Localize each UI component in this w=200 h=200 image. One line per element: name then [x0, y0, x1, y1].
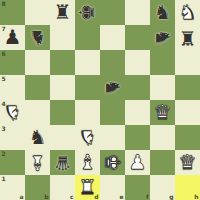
- square-d4[interactable]: [75, 100, 100, 125]
- square-a5[interactable]: 5: [0, 75, 25, 100]
- black-rook-h7[interactable]: ♜: [175, 25, 200, 50]
- square-e8[interactable]: [100, 0, 125, 25]
- square-h1[interactable]: h: [175, 175, 200, 200]
- square-e1[interactable]: e: [100, 175, 125, 200]
- square-f4[interactable]: [125, 100, 150, 125]
- white-knight-d3[interactable]: ♞: [75, 125, 100, 150]
- black-knight-g7[interactable]: ♞: [150, 25, 175, 50]
- square-h8[interactable]: ♞: [175, 0, 200, 25]
- rank-label-2: 2: [2, 150, 6, 157]
- file-label-c: c: [70, 193, 74, 200]
- white-queen-g4[interactable]: ♛: [150, 100, 175, 125]
- square-b1[interactable]: b: [25, 175, 50, 200]
- square-f8[interactable]: [125, 0, 150, 25]
- square-f5[interactable]: [125, 75, 150, 100]
- white-knight-a4[interactable]: ♞: [0, 100, 25, 125]
- file-label-e: e: [119, 193, 123, 200]
- black-knight-b3[interactable]: ♞: [25, 125, 50, 150]
- square-h7[interactable]: ♜: [175, 25, 200, 50]
- square-d2[interactable]: ♝: [75, 150, 100, 175]
- square-g5[interactable]: [150, 75, 175, 100]
- rank-label-3: 3: [2, 125, 6, 132]
- square-b5[interactable]: [25, 75, 50, 100]
- square-c5[interactable]: [50, 75, 75, 100]
- white-king-e2[interactable]: ♚: [100, 150, 125, 175]
- square-c2[interactable]: ♛: [50, 150, 75, 175]
- rank-label-8: 8: [2, 0, 6, 7]
- rank-label-5: 5: [2, 75, 6, 82]
- square-g4[interactable]: ♛: [150, 100, 175, 125]
- square-a1[interactable]: 1a: [0, 175, 25, 200]
- square-h6[interactable]: [175, 50, 200, 75]
- square-b4[interactable]: [25, 100, 50, 125]
- square-a2[interactable]: 2: [0, 150, 25, 175]
- square-h2[interactable]: ♛: [175, 150, 200, 175]
- square-f1[interactable]: f: [125, 175, 150, 200]
- square-f7[interactable]: [125, 25, 150, 50]
- square-a4[interactable]: 4♞: [0, 100, 25, 125]
- black-pawn-a7[interactable]: ♟: [0, 25, 25, 50]
- square-f2[interactable]: ♟: [125, 150, 150, 175]
- square-d3[interactable]: ♞: [75, 125, 100, 150]
- square-g1[interactable]: g: [150, 175, 175, 200]
- square-d6[interactable]: [75, 50, 100, 75]
- black-knight-b7[interactable]: ♞: [25, 25, 50, 50]
- white-queen-h2[interactable]: ♛: [175, 150, 200, 175]
- square-b2[interactable]: ♝: [25, 150, 50, 175]
- rank-label-6: 6: [2, 50, 6, 57]
- file-label-a: a: [19, 193, 23, 200]
- square-f3[interactable]: [125, 125, 150, 150]
- square-c7[interactable]: [50, 25, 75, 50]
- square-g8[interactable]: ♞: [150, 0, 175, 25]
- white-pawn-f2[interactable]: ♟: [125, 150, 150, 175]
- square-g2[interactable]: [150, 150, 175, 175]
- square-c3[interactable]: [50, 125, 75, 150]
- white-bishop-b2[interactable]: ♝: [25, 150, 50, 175]
- square-e5[interactable]: ♞: [100, 75, 125, 100]
- black-king-d8[interactable]: ♚: [75, 0, 100, 25]
- square-h4[interactable]: [175, 100, 200, 125]
- square-e4[interactable]: [100, 100, 125, 125]
- square-d7[interactable]: [75, 25, 100, 50]
- square-c8[interactable]: ♜: [50, 0, 75, 25]
- square-g7[interactable]: ♞: [150, 25, 175, 50]
- white-knight-h8[interactable]: ♞: [175, 0, 200, 25]
- white-bishop-d2[interactable]: ♝: [75, 150, 100, 175]
- square-a7[interactable]: 7♟: [0, 25, 25, 50]
- square-g6[interactable]: [150, 50, 175, 75]
- square-a3[interactable]: 3: [0, 125, 25, 150]
- file-label-h: h: [194, 193, 198, 200]
- square-e7[interactable]: [100, 25, 125, 50]
- black-knight-g8[interactable]: ♞: [150, 0, 175, 25]
- file-label-g: g: [169, 193, 173, 200]
- rank-label-1: 1: [2, 175, 6, 182]
- square-d5[interactable]: [75, 75, 100, 100]
- square-b8[interactable]: [25, 0, 50, 25]
- black-rook-c8[interactable]: ♜: [50, 0, 75, 25]
- square-d1[interactable]: d♜: [75, 175, 100, 200]
- square-a6[interactable]: 6: [0, 50, 25, 75]
- square-c1[interactable]: c: [50, 175, 75, 200]
- file-label-b: b: [44, 193, 48, 200]
- square-f6[interactable]: [125, 50, 150, 75]
- square-h3[interactable]: [175, 125, 200, 150]
- square-e2[interactable]: ♚: [100, 150, 125, 175]
- black-knight-e5[interactable]: ♞: [100, 75, 125, 100]
- square-g3[interactable]: [150, 125, 175, 150]
- square-c6[interactable]: [50, 50, 75, 75]
- square-e6[interactable]: [100, 50, 125, 75]
- square-b6[interactable]: [25, 50, 50, 75]
- chess-board-stage: 8♜♚♞♞7♟♞♞♜65♞4♞♛3♞♞2♝♛♝♚♟♛1abcd♜efgh: [0, 0, 200, 200]
- square-b7[interactable]: ♞: [25, 25, 50, 50]
- chess-board: 8♜♚♞♞7♟♞♞♜65♞4♞♛3♞♞2♝♛♝♚♟♛1abcd♜efgh: [0, 0, 200, 200]
- square-a8[interactable]: 8: [0, 0, 25, 25]
- square-c4[interactable]: [50, 100, 75, 125]
- file-label-f: f: [146, 193, 149, 200]
- square-b3[interactable]: ♞: [25, 125, 50, 150]
- square-e3[interactable]: [100, 125, 125, 150]
- black-queen-c2[interactable]: ♛: [50, 150, 75, 175]
- square-h5[interactable]: [175, 75, 200, 100]
- square-d8[interactable]: ♚: [75, 0, 100, 25]
- white-rook-d1[interactable]: ♜: [75, 175, 100, 200]
